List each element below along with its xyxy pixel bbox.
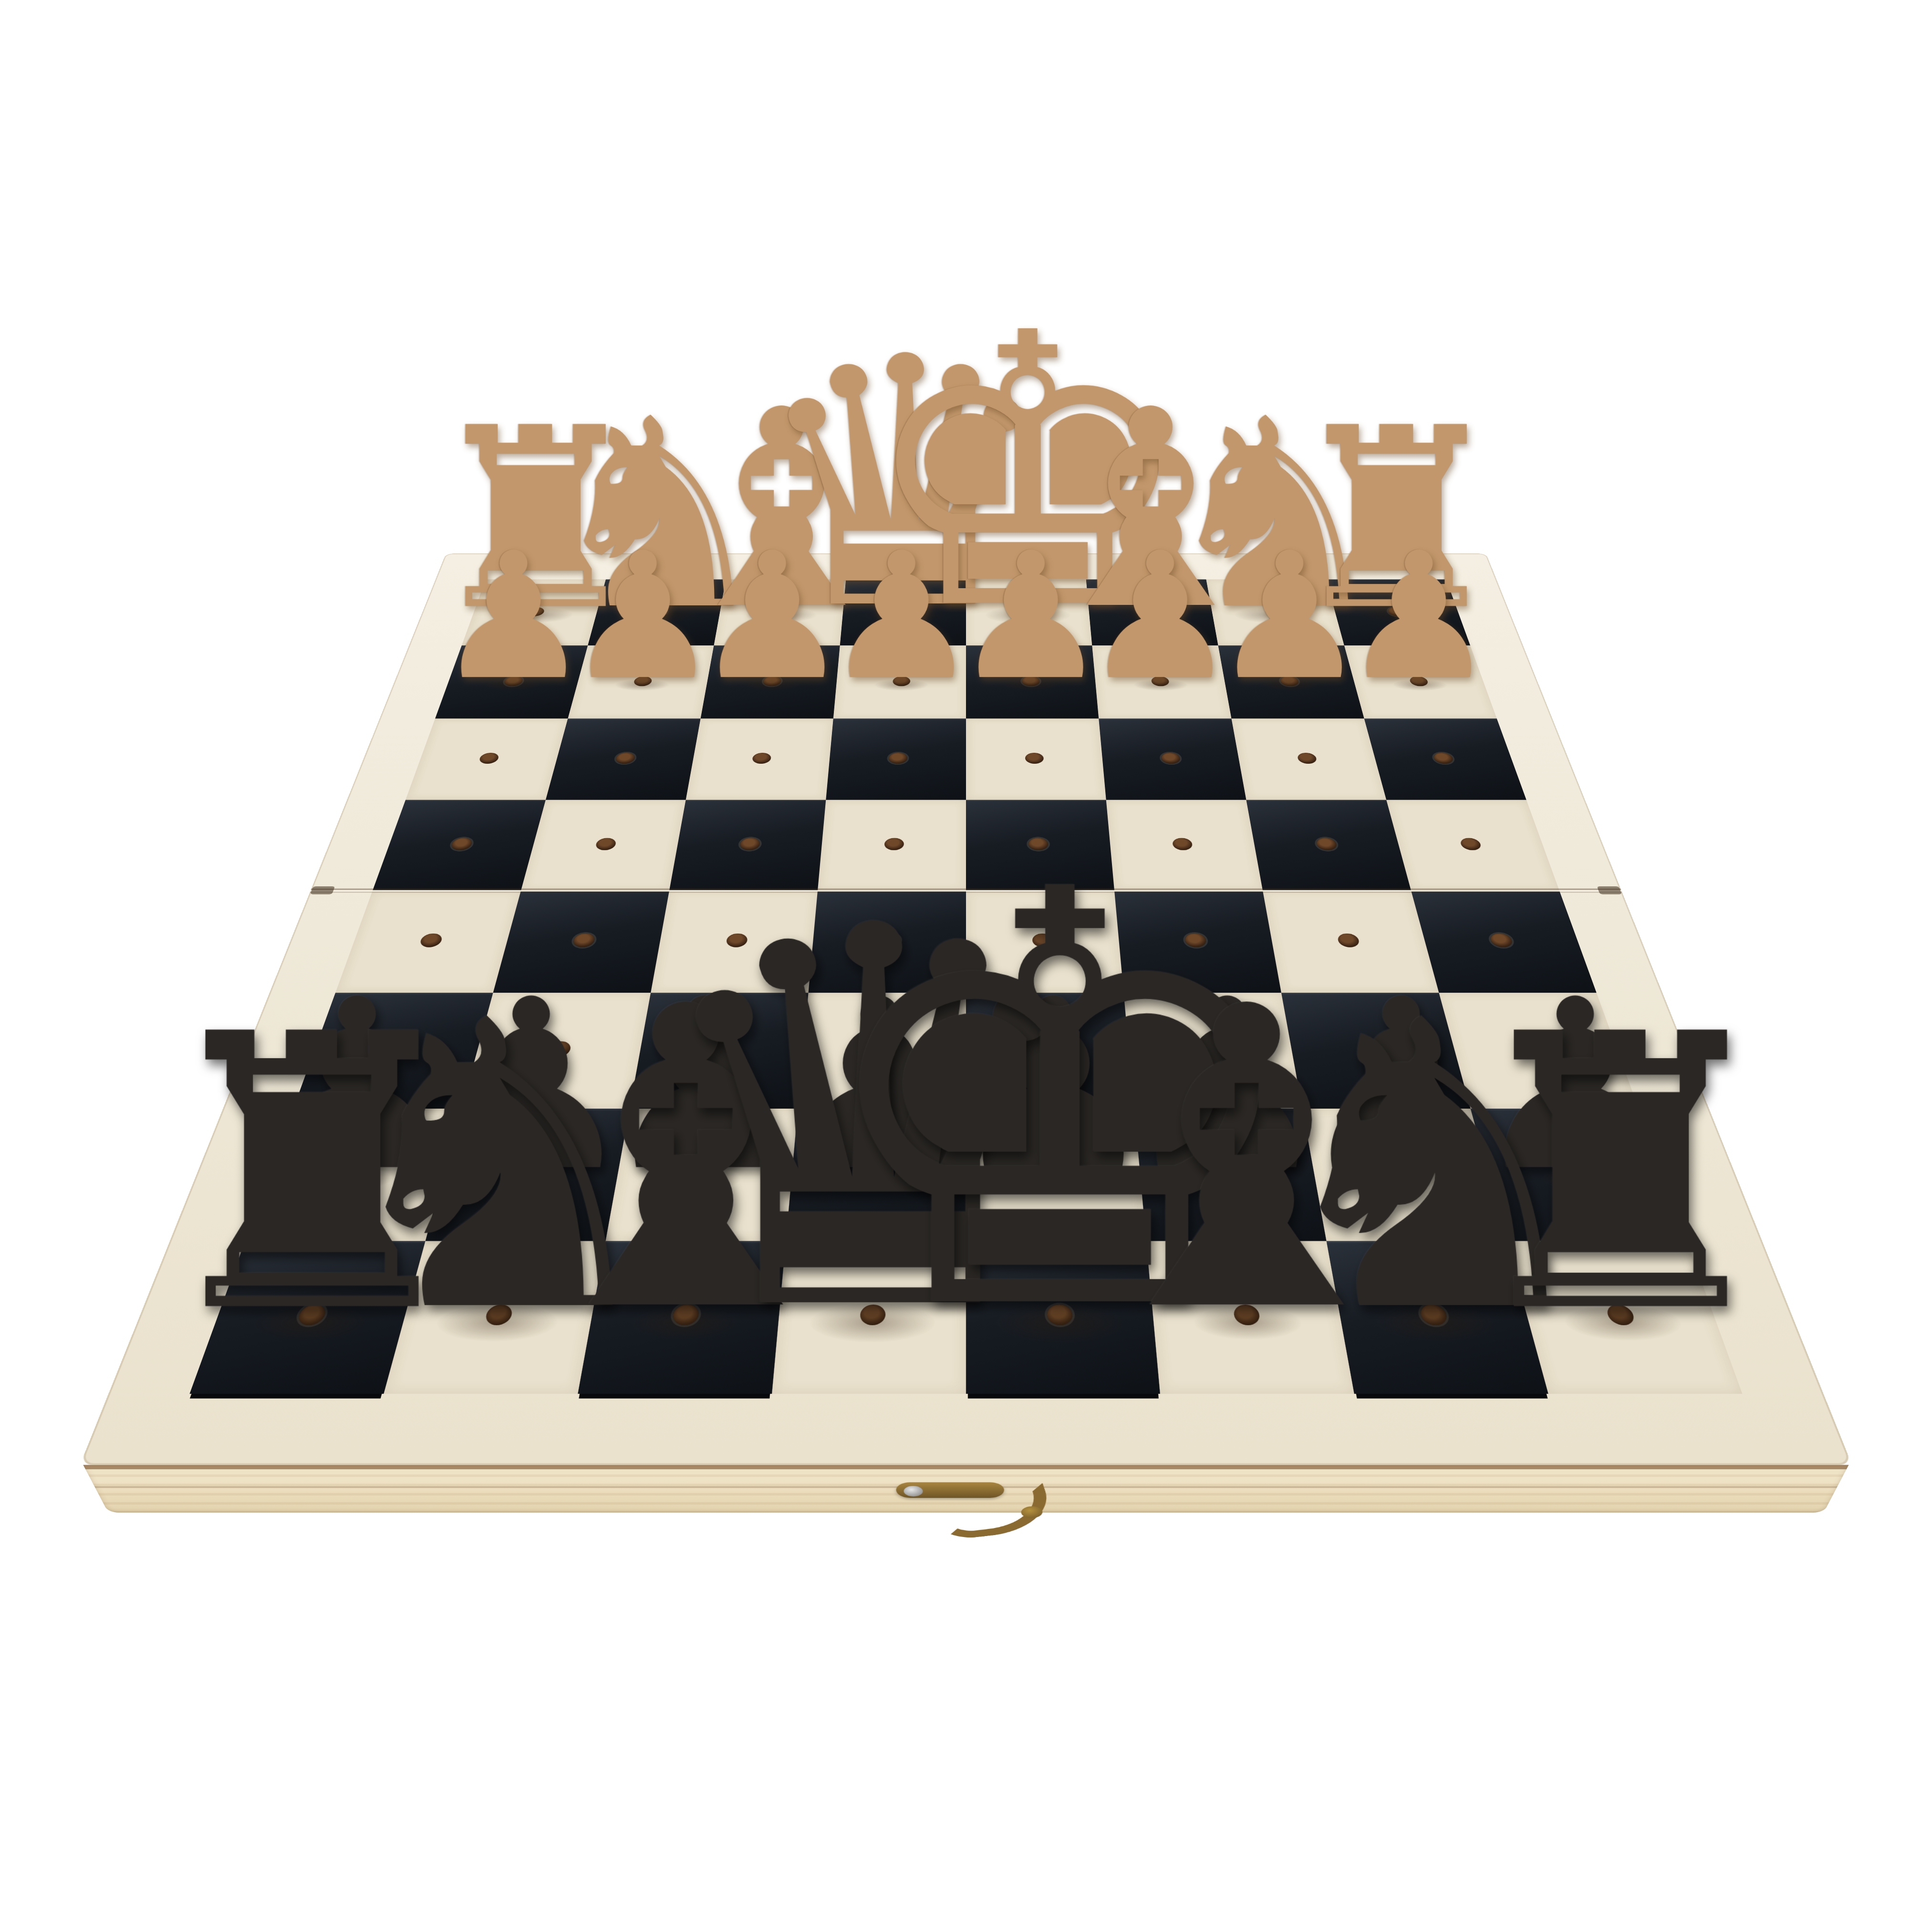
- square-c1[interactable]: [1086, 580, 1218, 646]
- peg-hole: [1025, 753, 1044, 764]
- peg-hole: [1264, 607, 1283, 616]
- peg-hole: [615, 753, 636, 764]
- peg-hole: [1297, 753, 1318, 764]
- square-g2[interactable]: [568, 645, 714, 718]
- square-e2[interactable]: [833, 645, 966, 718]
- peg-hole: [594, 838, 617, 850]
- square-b2[interactable]: [1218, 645, 1364, 718]
- square-d1[interactable]: [966, 580, 1092, 646]
- square-a3[interactable]: [1364, 718, 1527, 800]
- peg-hole: [773, 607, 790, 616]
- square-h2[interactable]: [435, 645, 588, 718]
- square-h4[interactable]: [373, 800, 546, 891]
- peg-hole: [1022, 676, 1040, 686]
- peg-hole: [478, 753, 500, 764]
- square-c2[interactable]: [1092, 645, 1231, 718]
- square-f2[interactable]: [701, 645, 840, 718]
- hinge-notch-left: [310, 886, 335, 894]
- peg-hole: [633, 676, 653, 686]
- square-a4[interactable]: [1386, 800, 1559, 891]
- brass-clasp: [870, 1480, 1062, 1539]
- hinge-notch-right: [1597, 886, 1622, 894]
- square-d2[interactable]: [966, 645, 1099, 718]
- peg-hole: [1315, 838, 1338, 850]
- square-g1[interactable]: [588, 580, 726, 646]
- peg-hole: [1459, 838, 1482, 850]
- peg-hole: [763, 676, 781, 686]
- square-a1[interactable]: [1326, 580, 1470, 646]
- peg-hole: [1432, 753, 1454, 764]
- square-b1[interactable]: [1206, 580, 1344, 646]
- black-rook-glyph: ♜: [1451, 985, 1790, 1364]
- square-g3[interactable]: [546, 718, 701, 800]
- peg-hole: [1161, 753, 1181, 764]
- clasp-hook-tip: [1021, 1506, 1043, 1518]
- chess-board-box: ♜♞♝♛♚♝♞♜♟♟♟♟♟♟♟♟♟♟♟♟♟♟♟♟♜♞♝♛♚♝♞♜: [80, 553, 1852, 1465]
- square-a2[interactable]: [1344, 645, 1497, 718]
- peg-hole: [888, 753, 907, 764]
- peg-hole: [896, 607, 913, 616]
- peg-hole: [526, 607, 545, 616]
- peg-hole: [1019, 607, 1036, 616]
- peg-hole: [1142, 607, 1159, 616]
- box-front-face: [83, 1465, 1849, 1513]
- peg-hole: [649, 607, 668, 616]
- square-f1[interactable]: [714, 580, 846, 646]
- square-h3[interactable]: [405, 718, 568, 800]
- peg-hole: [1387, 607, 1406, 616]
- peg-hole: [450, 838, 473, 850]
- peg-hole: [1151, 676, 1169, 686]
- peg-hole: [503, 676, 524, 686]
- peg-hole: [1408, 676, 1429, 686]
- square-h1[interactable]: [462, 580, 606, 646]
- peg-hole: [751, 753, 771, 764]
- peg-hole: [893, 676, 911, 686]
- clasp-screw: [904, 1486, 923, 1496]
- square-e1[interactable]: [840, 580, 966, 646]
- peg-hole: [1279, 676, 1299, 686]
- product-photo-scene: ♜♞♝♛♚♝♞♜♟♟♟♟♟♟♟♟♟♟♟♟♟♟♟♟♜♞♝♛♚♝♞♜: [0, 0, 1932, 1932]
